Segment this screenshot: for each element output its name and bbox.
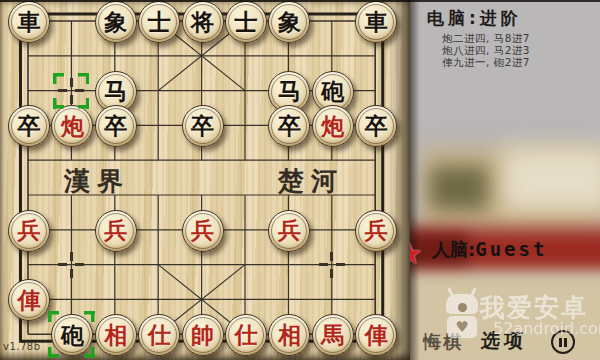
piece-black-advisor[interactable]: 士: [138, 1, 180, 43]
button-row: 悔棋 选项: [410, 326, 600, 356]
point-marker: [319, 252, 345, 278]
piece-red-soldier[interactable]: 兵: [8, 210, 50, 252]
piece-red-soldier[interactable]: 兵: [182, 210, 224, 252]
turn-star-icon: ★: [410, 236, 423, 271]
xiangqi-board[interactable]: 漢界 楚河 車象士将士象車马马砲卒炮卒卒卒炮卒兵兵兵兵兵俥砲相仕帥仕相馬俥 v1…: [0, 0, 410, 360]
piece-black-general[interactable]: 将: [182, 1, 224, 43]
undo-button[interactable]: 悔棋: [423, 330, 463, 354]
piece-red-elephant[interactable]: 相: [95, 314, 137, 356]
piece-black-elephant[interactable]: 象: [95, 1, 137, 43]
river-label-left: 漢界: [52, 164, 142, 199]
options-button[interactable]: 选项: [480, 328, 528, 354]
sidebar: 电脑:进阶 炮二进四, 马8进7炮八进四, 马2进3俥九进一, 砲2进7 ★ 人…: [410, 0, 600, 360]
piece-black-advisor[interactable]: 士: [225, 1, 267, 43]
watermark-text: 我爱安卓: [480, 291, 588, 324]
piece-red-soldier[interactable]: 兵: [355, 210, 397, 252]
piece-black-soldier[interactable]: 卒: [95, 105, 137, 147]
pause-button[interactable]: [551, 330, 575, 354]
piece-black-soldier[interactable]: 卒: [182, 105, 224, 147]
point-marker: [58, 252, 84, 278]
human-player-name: Guest: [475, 238, 547, 260]
move-history: 炮二进四, 马8进7炮八进四, 马2进3俥九进一, 砲2进7: [442, 32, 530, 68]
computer-player-label: 电脑:进阶: [427, 7, 522, 30]
move-row: 俥九进一, 砲2进7: [442, 56, 530, 68]
point-marker: [58, 78, 84, 104]
piece-red-advisor[interactable]: 仕: [225, 314, 267, 356]
background-blur: [430, 166, 488, 210]
piece-black-chariot[interactable]: 車: [8, 1, 50, 43]
piece-red-general[interactable]: 帥: [182, 314, 224, 356]
background-blur: [502, 148, 600, 210]
xiangqi-app: 漢界 楚河 車象士将士象車马马砲卒炮卒卒卒炮卒兵兵兵兵兵俥砲相仕帥仕相馬俥 v1…: [0, 0, 600, 360]
version-text: v1.78b: [3, 341, 41, 352]
piece-black-chariot[interactable]: 車: [355, 1, 397, 43]
piece-red-horse[interactable]: 馬: [312, 314, 354, 356]
move-row: 炮二进四, 马8进7: [442, 32, 530, 44]
piece-red-soldier[interactable]: 兵: [95, 210, 137, 252]
human-player-label: 人脑:: [432, 239, 475, 260]
human-player-row: ★ 人脑:Guest: [410, 238, 547, 262]
piece-red-soldier[interactable]: 兵: [268, 210, 310, 252]
piece-red-cannon[interactable]: 炮: [312, 105, 354, 147]
river-label-right: 楚河: [266, 164, 356, 199]
background-blur: [420, 148, 600, 236]
move-row: 炮八进四, 马2进3: [442, 44, 530, 56]
